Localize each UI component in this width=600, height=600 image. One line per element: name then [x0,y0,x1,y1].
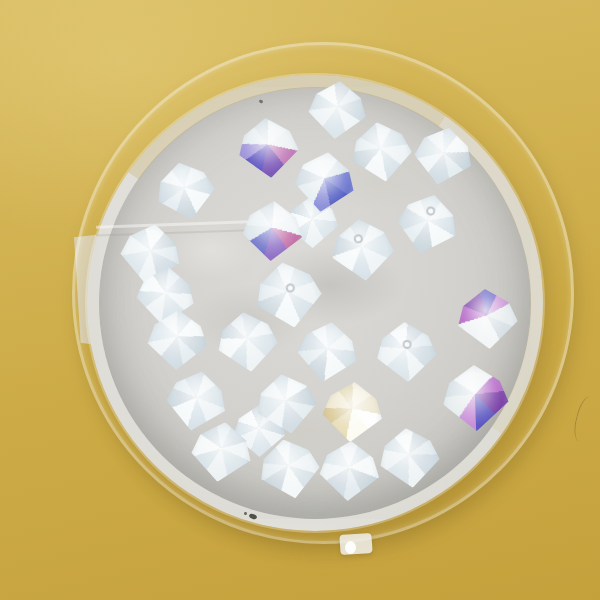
bead-hole [403,339,412,348]
container-bottom-tab [339,533,372,555]
bead-hole [425,205,436,216]
bead-hole [286,283,296,293]
bead-hole [354,233,364,243]
bead-photo-stage [0,0,600,600]
container-bottom-glint [345,541,356,554]
